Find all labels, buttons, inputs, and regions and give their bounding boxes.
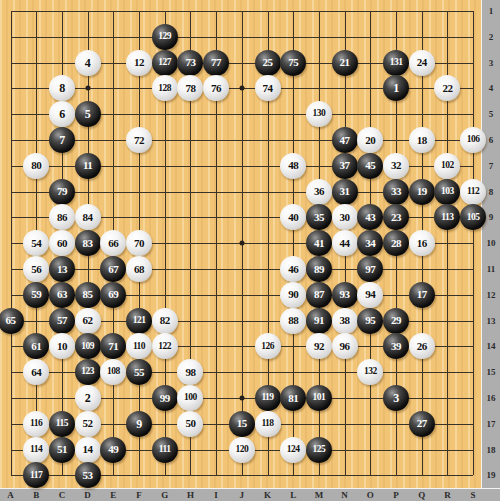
move-number: 24 [417, 57, 427, 68]
move-number: 12 [134, 57, 144, 68]
stone-black-P14: 39 [383, 333, 409, 359]
move-number: 52 [83, 418, 93, 429]
col-label-P: P [393, 491, 399, 500]
move-number: 84 [83, 212, 93, 223]
row-label-16: 16 [487, 394, 496, 403]
stone-black-F13: 121 [126, 308, 152, 334]
stone-white-O12: 94 [357, 282, 383, 308]
move-number: 22 [442, 83, 452, 94]
col-label-R: R [444, 491, 451, 500]
stone-white-H4: 78 [177, 75, 203, 101]
stone-white-D18: 14 [75, 437, 101, 463]
move-number: 123 [81, 367, 94, 377]
move-number: 62 [83, 315, 93, 326]
stone-black-O10: 34 [357, 230, 383, 256]
move-number: 2 [85, 392, 91, 404]
stone-white-Q14: 26 [409, 333, 435, 359]
stone-white-C5: 6 [49, 101, 75, 127]
move-number: 68 [134, 264, 144, 275]
move-number: 41 [314, 238, 324, 249]
stone-white-G14: 122 [152, 333, 178, 359]
move-number: 19 [417, 186, 427, 197]
stone-black-M13: 91 [306, 308, 332, 334]
move-number: 120 [235, 445, 248, 455]
move-number: 18 [417, 135, 427, 146]
stone-white-L7: 48 [280, 153, 306, 179]
move-number: 101 [313, 393, 326, 403]
move-number: 37 [340, 160, 350, 171]
stone-black-N3: 21 [332, 50, 358, 76]
stone-white-M8: 36 [306, 179, 332, 205]
stone-black-K16: 119 [255, 385, 281, 411]
stone-black-C17: 115 [49, 411, 75, 437]
stone-black-D14: 109 [75, 333, 101, 359]
stone-white-J18: 120 [229, 437, 255, 463]
move-number: 115 [56, 419, 68, 429]
stone-black-P10: 28 [383, 230, 409, 256]
move-number: 23 [391, 212, 401, 223]
stone-black-B14: 61 [23, 333, 49, 359]
col-label-E: E [110, 491, 116, 500]
move-number: 85 [83, 289, 93, 300]
stone-black-C18: 51 [49, 437, 75, 463]
row-label-13: 13 [487, 316, 496, 325]
row-label-3: 3 [489, 58, 494, 67]
move-number: 45 [365, 160, 375, 171]
col-label-G: G [161, 491, 168, 500]
move-number: 100 [184, 393, 197, 403]
move-number: 33 [391, 186, 401, 197]
stone-white-N9: 30 [332, 204, 358, 230]
row-label-1: 1 [489, 7, 494, 16]
move-number: 71 [108, 341, 118, 352]
stone-white-F11: 68 [126, 256, 152, 282]
stone-black-M18: 125 [306, 437, 332, 463]
stone-black-D7: 11 [75, 153, 101, 179]
stone-white-L18: 124 [280, 437, 306, 463]
row-label-18: 18 [487, 445, 496, 454]
move-number: 53 [83, 470, 93, 481]
stone-white-I4: 76 [203, 75, 229, 101]
move-number: 118 [261, 419, 273, 429]
move-number: 108 [107, 367, 120, 377]
move-number: 74 [263, 83, 273, 94]
col-label-A: A [7, 491, 14, 500]
move-number: 110 [133, 342, 145, 352]
stone-black-P3: 131 [383, 50, 409, 76]
stone-white-O15: 132 [357, 359, 383, 385]
move-number: 94 [365, 289, 375, 300]
move-number: 61 [31, 341, 41, 352]
stone-black-F17: 9 [126, 411, 152, 437]
stone-black-C13: 57 [49, 308, 75, 334]
stone-white-N13: 38 [332, 308, 358, 334]
stone-white-L11: 46 [280, 256, 306, 282]
stone-black-G16: 99 [152, 385, 178, 411]
stone-black-E11: 67 [100, 256, 126, 282]
stone-white-G4: 128 [152, 75, 178, 101]
stone-black-N7: 37 [332, 153, 358, 179]
stone-white-L9: 40 [280, 204, 306, 230]
stone-white-K14: 126 [255, 333, 281, 359]
move-number: 32 [391, 160, 401, 171]
move-number: 63 [57, 289, 67, 300]
move-number: 40 [288, 212, 298, 223]
col-label-I: I [214, 491, 218, 500]
stone-black-I3: 77 [203, 50, 229, 76]
stone-white-L12: 90 [280, 282, 306, 308]
stone-black-C12: 63 [49, 282, 75, 308]
stone-black-G2: 129 [152, 24, 178, 50]
move-number: 11 [83, 160, 92, 171]
col-label-N: N [341, 491, 348, 500]
move-number: 21 [340, 57, 350, 68]
stone-white-N14: 96 [332, 333, 358, 359]
stone-white-H17: 50 [177, 411, 203, 437]
move-number: 76 [211, 83, 221, 94]
stone-black-S9: 105 [460, 204, 486, 230]
col-label-J: J [240, 491, 245, 500]
move-number: 93 [340, 289, 350, 300]
row-label-14: 14 [487, 342, 496, 351]
move-number: 34 [365, 238, 375, 249]
stone-white-E15: 108 [100, 359, 126, 385]
move-number: 29 [391, 315, 401, 326]
stone-black-J17: 15 [229, 411, 255, 437]
row-label-19: 19 [487, 471, 496, 480]
move-number: 117 [30, 471, 42, 481]
move-number: 28 [391, 238, 401, 249]
move-number: 132 [364, 367, 377, 377]
stone-white-D16: 2 [75, 385, 101, 411]
row-label-11: 11 [487, 265, 496, 274]
move-number: 72 [134, 135, 144, 146]
stone-white-E10: 66 [100, 230, 126, 256]
move-number: 109 [81, 342, 94, 352]
stone-black-C6: 7 [49, 127, 75, 153]
stone-black-M9: 35 [306, 204, 332, 230]
move-number: 4 [85, 57, 91, 69]
move-number: 105 [467, 213, 480, 223]
move-number: 56 [31, 264, 41, 275]
row-label-4: 4 [489, 84, 494, 93]
col-label-D: D [84, 491, 91, 500]
move-number: 5 [85, 108, 91, 120]
stone-black-D5: 5 [75, 101, 101, 127]
move-number: 75 [288, 57, 298, 68]
move-number: 3 [393, 392, 399, 404]
move-number: 128 [158, 84, 171, 94]
move-number: 25 [263, 57, 273, 68]
stone-black-H3: 73 [177, 50, 203, 76]
stone-white-Q6: 18 [409, 127, 435, 153]
stone-black-O11: 97 [357, 256, 383, 282]
move-number: 65 [6, 315, 16, 326]
move-number: 81 [288, 393, 298, 404]
move-number: 124 [287, 445, 300, 455]
stone-black-N6: 47 [332, 127, 358, 153]
move-number: 95 [365, 315, 375, 326]
stone-white-B15: 64 [23, 359, 49, 385]
stone-white-P7: 32 [383, 153, 409, 179]
stone-black-R9: 113 [434, 204, 460, 230]
move-number: 9 [136, 418, 142, 430]
row-label-7: 7 [489, 161, 494, 170]
move-number: 59 [31, 289, 41, 300]
stone-white-R7: 102 [434, 153, 460, 179]
go-board-viewer: 12345678910111213141516171819ABCDEFGHIJK… [0, 0, 500, 501]
stone-white-Q10: 16 [409, 230, 435, 256]
stone-white-S8: 112 [460, 179, 486, 205]
stone-white-O6: 20 [357, 127, 383, 153]
move-number: 97 [365, 264, 375, 275]
stone-white-B18: 114 [23, 437, 49, 463]
stone-white-S6: 106 [460, 127, 486, 153]
col-label-K: K [264, 491, 271, 500]
move-number: 51 [57, 444, 67, 455]
stone-white-H16: 100 [177, 385, 203, 411]
move-number: 26 [417, 341, 427, 352]
move-number: 86 [57, 212, 67, 223]
move-number: 89 [314, 264, 324, 275]
move-number: 83 [83, 238, 93, 249]
col-label-C: C [59, 491, 66, 500]
stone-white-Q3: 24 [409, 50, 435, 76]
stone-white-K4: 74 [255, 75, 281, 101]
row-label-10: 10 [487, 239, 496, 248]
move-number: 17 [417, 289, 427, 300]
move-number: 50 [185, 418, 195, 429]
move-number: 69 [108, 289, 118, 300]
stone-black-O9: 43 [357, 204, 383, 230]
move-number: 73 [185, 57, 195, 68]
move-number: 99 [160, 393, 170, 404]
stone-black-E18: 49 [100, 437, 126, 463]
stone-black-M11: 89 [306, 256, 332, 282]
move-number: 106 [467, 135, 480, 145]
stone-white-C10: 60 [49, 230, 75, 256]
move-number: 1 [393, 82, 399, 94]
move-number: 92 [314, 341, 324, 352]
move-number: 87 [314, 289, 324, 300]
move-number: 57 [57, 315, 67, 326]
stone-white-M14: 92 [306, 333, 332, 359]
stone-black-D15: 123 [75, 359, 101, 385]
stone-white-H15: 98 [177, 359, 203, 385]
stone-white-B17: 116 [23, 411, 49, 437]
move-number: 98 [185, 367, 195, 378]
stone-black-O13: 95 [357, 308, 383, 334]
stone-black-E14: 71 [100, 333, 126, 359]
stone-black-M16: 101 [306, 385, 332, 411]
move-number: 88 [288, 315, 298, 326]
stone-black-L3: 75 [280, 50, 306, 76]
move-number: 112 [467, 187, 479, 197]
stone-white-F6: 72 [126, 127, 152, 153]
move-number: 111 [159, 445, 171, 455]
move-number: 102 [441, 161, 454, 171]
move-number: 14 [83, 444, 93, 455]
move-number: 116 [30, 419, 42, 429]
move-number: 66 [108, 238, 118, 249]
move-number: 129 [158, 32, 171, 42]
stone-white-F3: 12 [126, 50, 152, 76]
grid-line-horizontal [11, 269, 474, 270]
stone-white-R4: 22 [434, 75, 460, 101]
stone-black-B19: 117 [23, 462, 49, 488]
stone-white-C14: 10 [49, 333, 75, 359]
stone-white-B10: 54 [23, 230, 49, 256]
move-number: 39 [391, 341, 401, 352]
move-number: 30 [340, 212, 350, 223]
move-number: 127 [158, 58, 171, 68]
stone-black-N12: 93 [332, 282, 358, 308]
row-label-15: 15 [487, 368, 496, 377]
stone-white-L13: 88 [280, 308, 306, 334]
move-number: 16 [417, 238, 427, 249]
move-number: 91 [314, 315, 324, 326]
stone-black-C11: 13 [49, 256, 75, 282]
stone-black-L16: 81 [280, 385, 306, 411]
stone-white-G13: 82 [152, 308, 178, 334]
stone-black-R8: 103 [434, 179, 460, 205]
stone-black-M12: 87 [306, 282, 332, 308]
move-number: 35 [314, 212, 324, 223]
move-number: 36 [314, 186, 324, 197]
move-number: 103 [441, 187, 454, 197]
star-point [85, 86, 90, 91]
move-number: 121 [133, 316, 146, 326]
move-number: 47 [340, 135, 350, 146]
move-number: 113 [441, 213, 453, 223]
stone-white-D9: 84 [75, 204, 101, 230]
move-number: 67 [108, 264, 118, 275]
stone-white-B7: 80 [23, 153, 49, 179]
stone-black-P4: 1 [383, 75, 409, 101]
grid-line-vertical [473, 11, 474, 475]
stone-black-P16: 3 [383, 385, 409, 411]
stone-black-M10: 41 [306, 230, 332, 256]
col-label-L: L [290, 491, 296, 500]
stone-black-A13: 65 [0, 308, 24, 334]
col-label-M: M [315, 491, 324, 500]
row-label-17: 17 [487, 419, 496, 428]
move-number: 78 [185, 83, 195, 94]
move-number: 122 [158, 342, 171, 352]
stone-white-B11: 56 [23, 256, 49, 282]
move-number: 70 [134, 238, 144, 249]
col-label-O: O [367, 491, 374, 500]
col-label-Q: Q [418, 491, 425, 500]
move-number: 96 [340, 341, 350, 352]
move-number: 54 [31, 238, 41, 249]
move-number: 126 [261, 342, 274, 352]
move-number: 64 [31, 367, 41, 378]
stone-white-D17: 52 [75, 411, 101, 437]
star-point [239, 241, 244, 246]
stone-black-P13: 29 [383, 308, 409, 334]
stone-white-D3: 4 [75, 50, 101, 76]
stone-black-K3: 25 [255, 50, 281, 76]
stone-black-Q17: 27 [409, 411, 435, 437]
move-number: 49 [108, 444, 118, 455]
move-number: 82 [160, 315, 170, 326]
stone-white-C9: 86 [49, 204, 75, 230]
stone-black-D12: 85 [75, 282, 101, 308]
row-label-5: 5 [489, 110, 494, 119]
stone-white-C4: 8 [49, 75, 75, 101]
stone-white-F14: 110 [126, 333, 152, 359]
row-label-6: 6 [489, 136, 494, 145]
col-label-H: H [187, 491, 194, 500]
row-label-9: 9 [489, 213, 494, 222]
move-number: 6 [59, 108, 65, 120]
move-number: 90 [288, 289, 298, 300]
move-number: 10 [57, 341, 67, 352]
move-number: 131 [390, 58, 403, 68]
move-number: 38 [340, 315, 350, 326]
col-label-B: B [33, 491, 39, 500]
move-number: 60 [57, 238, 67, 249]
move-number: 130 [313, 109, 326, 119]
row-label-2: 2 [489, 32, 494, 41]
stone-black-G18: 111 [152, 437, 178, 463]
stone-black-D19: 53 [75, 462, 101, 488]
stone-white-F10: 70 [126, 230, 152, 256]
move-number: 27 [417, 418, 427, 429]
stone-white-M5: 130 [306, 101, 332, 127]
move-number: 31 [340, 186, 350, 197]
move-number: 43 [365, 212, 375, 223]
stone-black-Q12: 17 [409, 282, 435, 308]
stone-black-G3: 127 [152, 50, 178, 76]
move-number: 20 [365, 135, 375, 146]
move-number: 119 [261, 393, 273, 403]
move-number: 80 [31, 160, 41, 171]
move-number: 48 [288, 160, 298, 171]
move-number: 125 [313, 445, 326, 455]
move-number: 8 [59, 82, 65, 94]
row-label-8: 8 [489, 187, 494, 196]
stone-black-E12: 69 [100, 282, 126, 308]
move-number: 114 [30, 445, 42, 455]
star-point [239, 396, 244, 401]
stone-black-P8: 33 [383, 179, 409, 205]
row-label-12: 12 [487, 290, 496, 299]
stone-black-N8: 31 [332, 179, 358, 205]
move-number: 44 [340, 238, 350, 249]
col-label-S: S [471, 491, 476, 500]
stone-black-D10: 83 [75, 230, 101, 256]
move-number: 79 [57, 186, 67, 197]
move-number: 13 [57, 264, 67, 275]
move-number: 7 [59, 134, 65, 146]
stone-white-D13: 62 [75, 308, 101, 334]
stone-white-N10: 44 [332, 230, 358, 256]
stone-black-P9: 23 [383, 204, 409, 230]
move-number: 46 [288, 264, 298, 275]
stone-black-C8: 79 [49, 179, 75, 205]
stone-black-B12: 59 [23, 282, 49, 308]
move-number: 55 [134, 367, 144, 378]
stone-black-F15: 55 [126, 359, 152, 385]
move-number: 15 [237, 418, 247, 429]
col-label-F: F [136, 491, 142, 500]
stone-white-K17: 118 [255, 411, 281, 437]
stone-black-O7: 45 [357, 153, 383, 179]
move-number: 77 [211, 57, 221, 68]
stone-black-Q8: 19 [409, 179, 435, 205]
